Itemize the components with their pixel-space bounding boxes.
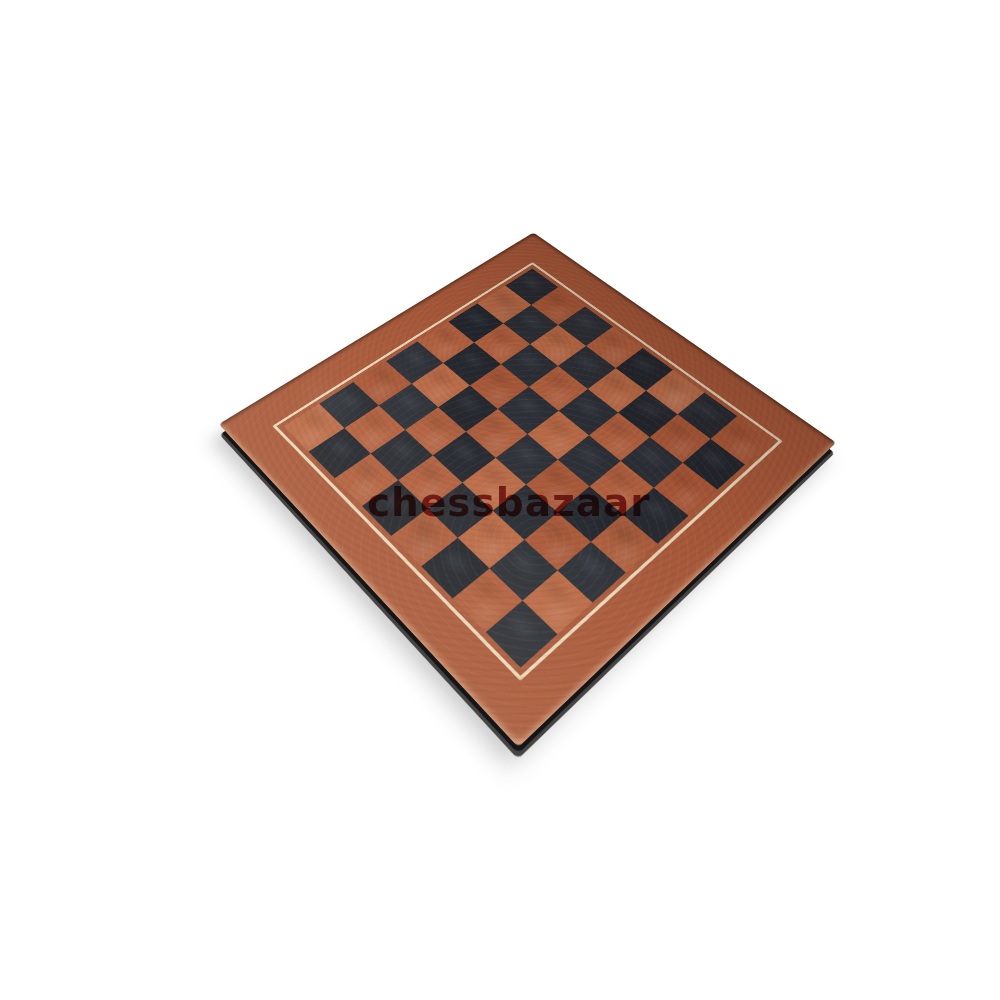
square-h1 — [485, 600, 557, 667]
square-g2 — [489, 539, 557, 600]
square-h3 — [557, 541, 625, 602]
square-b1 — [308, 428, 370, 478]
square-h2 — [522, 570, 592, 634]
square-c2 — [370, 429, 432, 479]
square-h7 — [682, 438, 744, 489]
watermark-text: chessbazaar — [367, 480, 651, 525]
square-h6 — [653, 462, 717, 515]
square-g1 — [452, 568, 522, 632]
square-f1 — [420, 537, 488, 598]
square-d3 — [433, 431, 495, 481]
square-f5 — [557, 435, 619, 486]
square-e4 — [495, 433, 557, 484]
playing-field — [283, 268, 771, 667]
product-photo: chessbazaar — [0, 0, 1000, 1000]
